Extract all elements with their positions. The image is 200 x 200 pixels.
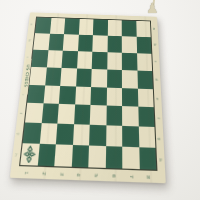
square-r1c2 [50, 18, 66, 34]
square-r3c4 [77, 51, 93, 69]
square-r4c5 [91, 69, 107, 87]
square-r6c3 [57, 104, 74, 124]
square-r5c2 [43, 85, 60, 104]
square-r8c5 [88, 146, 105, 168]
square-r1c8 [136, 21, 151, 37]
square-r4c7 [122, 70, 138, 88]
coordinate-label: 8 [145, 171, 152, 184]
square-r3c8 [137, 53, 152, 71]
square-r7c7 [122, 126, 139, 147]
square-r5c4 [75, 86, 91, 105]
square-r1c7 [122, 20, 137, 36]
square-r8c2 [37, 144, 56, 166]
square-r7c5 [89, 125, 106, 146]
square-r2c8 [136, 37, 151, 54]
square-r8c6 [105, 146, 122, 168]
square-r8c7 [122, 147, 139, 169]
square-r7c3 [56, 124, 74, 145]
square-r7c8 [138, 127, 155, 148]
square-r6c2 [41, 104, 59, 124]
square-r3c1 [31, 49, 48, 67]
square-r8c1 [20, 143, 39, 165]
square-r8c8 [139, 147, 157, 169]
square-r2c7 [122, 36, 137, 53]
square-r6c1 [25, 103, 43, 123]
square-r2c4 [78, 35, 93, 52]
square-r7c2 [39, 123, 57, 144]
square-r6c8 [138, 107, 155, 127]
square-r6c5 [90, 105, 106, 125]
coordinate-label: 3 [58, 168, 66, 181]
coordinate-label: 2 [40, 167, 48, 180]
coordinate-label: 1 [23, 166, 31, 179]
square-r5c3 [59, 85, 76, 104]
coordinate-label: 6 [111, 169, 118, 182]
square-r2c5 [92, 35, 107, 52]
square-r2c2 [48, 34, 64, 51]
chess-board: US CHESS 12345678 abcdefgh abcdefgh [10, 12, 166, 183]
square-r3c6 [107, 52, 122, 70]
square-r1c3 [64, 18, 79, 34]
square-r4c3 [60, 68, 76, 86]
square-r7c1 [23, 123, 42, 144]
square-r2c6 [107, 36, 122, 53]
maker-logo-icon [23, 146, 37, 164]
square-r2c1 [33, 33, 49, 50]
square-r4c8 [137, 70, 153, 89]
white-pawn-icon: ♟ [146, 1, 159, 15]
square-r6c6 [106, 106, 122, 126]
square-r5c1 [27, 84, 45, 103]
square-r3c7 [122, 53, 137, 71]
square-r4c6 [107, 69, 122, 87]
square-r4c1 [29, 67, 46, 85]
coordinate-label: 5 [93, 169, 100, 182]
square-r5c6 [106, 87, 122, 106]
square-r7c6 [106, 126, 123, 147]
square-r5c8 [137, 88, 153, 107]
square-r5c7 [122, 88, 138, 107]
square-r4c2 [45, 67, 62, 85]
square-r1c1 [35, 17, 51, 33]
square-r8c3 [54, 145, 72, 167]
square-r5c5 [90, 87, 106, 106]
square-r6c7 [122, 106, 138, 126]
coordinate-label: 4 [76, 168, 83, 181]
board-grid [19, 17, 157, 171]
photo-scene: US CHESS 12345678 abcdefgh abcdefgh ♟ [0, 0, 200, 200]
square-r2c3 [63, 34, 79, 51]
square-r4c4 [76, 68, 92, 86]
square-r1c6 [107, 20, 121, 36]
square-r7c4 [72, 124, 89, 145]
square-r3c2 [46, 50, 62, 68]
square-r1c4 [78, 19, 93, 35]
coordinate-label: 7 [128, 170, 135, 183]
square-r3c5 [92, 51, 107, 69]
square-r6c4 [74, 105, 91, 125]
square-r1c5 [93, 19, 108, 35]
square-r3c3 [62, 50, 78, 68]
square-r8c4 [71, 145, 89, 167]
